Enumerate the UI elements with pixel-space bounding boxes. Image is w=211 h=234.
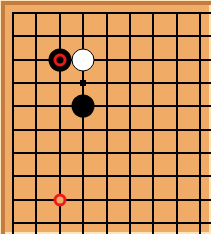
board-edge-highlight-left	[0, 0, 1, 234]
red-circle-marker-on-stone	[53, 53, 66, 66]
red-circle-point-marker	[53, 193, 66, 206]
white-stone	[72, 48, 95, 71]
board-frame-left	[1, 1, 5, 234]
board-frame-top	[0, 1, 211, 5]
black-stone	[72, 95, 95, 118]
grid-line-horizontal	[12, 12, 211, 14]
board-edge-highlight-top	[0, 0, 211, 1]
grid-line-horizontal	[12, 175, 211, 177]
grid-line-horizontal	[12, 82, 211, 84]
go-board-diagram	[0, 0, 211, 234]
grid-line-horizontal	[12, 222, 211, 224]
grid-line-horizontal	[12, 35, 211, 37]
grid-line-horizontal	[12, 199, 211, 201]
grid-line-horizontal	[12, 129, 211, 131]
grid-line-horizontal	[12, 105, 211, 107]
grid-line-horizontal	[12, 152, 211, 154]
grid-line-horizontal	[12, 59, 211, 61]
square-point-marker	[80, 80, 86, 86]
black-stone	[48, 48, 71, 71]
